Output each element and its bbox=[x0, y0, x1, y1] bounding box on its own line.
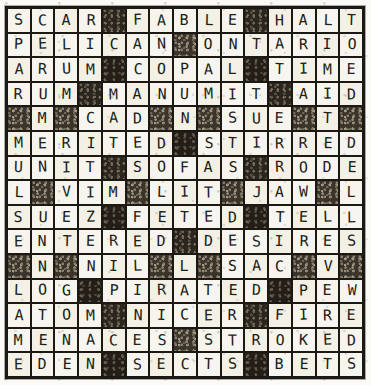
cell-letter: I bbox=[62, 161, 71, 176]
cell-r2c14[interactable]: I bbox=[317, 34, 339, 57]
cell-letter: T bbox=[85, 160, 94, 175]
cell-r2c9[interactable]: O bbox=[198, 34, 220, 57]
cell-letter: N bbox=[38, 160, 48, 175]
cell-letter: E bbox=[323, 234, 333, 249]
cell-r1c4[interactable]: R bbox=[79, 9, 101, 32]
cell-r7c13[interactable]: O bbox=[293, 157, 315, 180]
cell-r7c9[interactable]: A bbox=[198, 157, 220, 180]
cell-r2c15[interactable]: O bbox=[340, 34, 362, 57]
cell-r11c10[interactable]: S bbox=[222, 255, 244, 278]
black-cell-r1c5 bbox=[103, 9, 125, 32]
cell-r15c2[interactable]: D bbox=[32, 353, 54, 376]
cell-r8c12[interactable]: A bbox=[269, 181, 291, 204]
cell-letter: A bbox=[109, 111, 119, 126]
cell-r6c4[interactable]: I bbox=[79, 132, 101, 155]
black-cell-r13c11 bbox=[245, 304, 267, 327]
cell-letter: I bbox=[133, 283, 143, 298]
cell-r15c10[interactable]: S bbox=[222, 353, 244, 376]
cell-r13c2[interactable]: T bbox=[32, 304, 54, 327]
cell-r7c14[interactable]: D bbox=[317, 157, 339, 180]
cell-letter: R bbox=[299, 38, 308, 53]
cell-r2c2[interactable]: E bbox=[32, 34, 54, 57]
cell-r2c4[interactable]: I bbox=[79, 34, 101, 57]
cell-r11c4[interactable]: N bbox=[79, 255, 101, 278]
cell-letter: E bbox=[38, 332, 47, 347]
cell-r15c7[interactable]: E bbox=[150, 353, 172, 376]
cell-r9c10[interactable]: D bbox=[222, 206, 244, 229]
cell-r8c1[interactable]: L bbox=[8, 181, 30, 204]
cell-r1c8[interactable]: B bbox=[174, 9, 196, 32]
cell-r2c7[interactable]: N bbox=[150, 34, 172, 57]
cell-letter: N bbox=[228, 37, 237, 52]
cell-r7c12[interactable]: R bbox=[269, 157, 291, 180]
black-cell-r15c5 bbox=[103, 353, 125, 376]
cell-r12c6[interactable]: I bbox=[127, 280, 149, 303]
black-cell-r10c8 bbox=[174, 230, 196, 253]
cell-r3c4[interactable]: M bbox=[79, 58, 101, 81]
cell-r11c2[interactable]: N bbox=[32, 255, 54, 278]
cell-letter: O bbox=[156, 62, 166, 77]
cell-letter: S bbox=[346, 357, 356, 372]
cell-letter: I bbox=[275, 234, 284, 249]
cell-r1c2[interactable]: C bbox=[32, 9, 54, 32]
cell-letter: V bbox=[323, 259, 332, 274]
cell-letter: T bbox=[251, 37, 261, 52]
cell-r1c9[interactable]: L bbox=[198, 9, 220, 32]
cell-r1c15[interactable]: T bbox=[340, 9, 362, 32]
cell-letter: N bbox=[157, 86, 166, 101]
cell-r2c1[interactable]: P bbox=[8, 34, 30, 57]
cell-r4c14[interactable]: I bbox=[317, 83, 339, 106]
cell-r3c10[interactable]: L bbox=[222, 58, 244, 81]
cell-r1c12[interactable]: H bbox=[269, 9, 291, 32]
black-cell-r5c15 bbox=[340, 107, 362, 130]
cell-letter: F bbox=[275, 308, 285, 323]
cell-r7c7[interactable]: O bbox=[150, 157, 172, 180]
cell-r3c3[interactable]: U bbox=[55, 58, 77, 81]
cell-letter: E bbox=[299, 357, 308, 372]
cell-r1c1[interactable]: S bbox=[8, 9, 30, 32]
cell-r14c2[interactable]: E bbox=[32, 329, 54, 352]
cell-r12c3[interactable]: G bbox=[55, 280, 77, 303]
cell-r15c8[interactable]: C bbox=[174, 353, 196, 376]
cell-letter: C bbox=[38, 13, 47, 28]
cell-letter: U bbox=[38, 209, 47, 224]
cell-letter: E bbox=[322, 283, 331, 298]
cell-r13c12[interactable]: F bbox=[269, 304, 291, 327]
cell-r6c11[interactable]: I bbox=[245, 132, 267, 155]
cell-r2c6[interactable]: A bbox=[127, 34, 149, 57]
cell-letter: D bbox=[37, 357, 46, 372]
cell-letter: I bbox=[85, 185, 94, 200]
cell-letter: L bbox=[62, 38, 71, 53]
cell-letter: Z bbox=[85, 209, 95, 224]
cell-r8c15[interactable]: L bbox=[340, 181, 362, 204]
black-cell-r13c5 bbox=[103, 304, 125, 327]
cell-r11c6[interactable]: L bbox=[127, 255, 149, 278]
cell-r13c7[interactable]: I bbox=[150, 304, 172, 327]
cell-r4c3[interactable]: M bbox=[55, 83, 77, 106]
cell-letter: I bbox=[109, 259, 119, 274]
black-cell-r14c8 bbox=[174, 329, 196, 352]
cell-r14c10[interactable]: T bbox=[222, 329, 244, 352]
cell-r15c12[interactable]: B bbox=[269, 353, 291, 376]
cell-r3c9[interactable]: A bbox=[198, 58, 220, 81]
cell-letter: T bbox=[109, 136, 119, 151]
cell-r8c13[interactable]: W bbox=[293, 181, 315, 204]
cell-r3c15[interactable]: E bbox=[340, 58, 362, 81]
black-cell-r8c2 bbox=[32, 181, 54, 204]
cell-r9c12[interactable]: T bbox=[269, 206, 291, 229]
cell-r5c8[interactable]: N bbox=[174, 107, 196, 130]
cell-letter: M bbox=[85, 308, 94, 323]
cell-letter: E bbox=[157, 209, 166, 224]
cell-letter: A bbox=[157, 13, 166, 28]
cell-letter: T bbox=[276, 209, 285, 224]
black-cell-r11c9 bbox=[198, 255, 220, 278]
cell-r4c8[interactable]: U bbox=[174, 83, 196, 106]
cell-r14c1[interactable]: M bbox=[8, 329, 30, 352]
cell-letter: M bbox=[14, 135, 24, 150]
cell-letter: L bbox=[133, 258, 143, 273]
cell-r9c13[interactable]: E bbox=[293, 206, 315, 229]
cell-letter: V bbox=[62, 184, 72, 199]
cell-letter: I bbox=[322, 37, 331, 52]
cell-letter: E bbox=[275, 111, 284, 126]
black-cell-r8c6 bbox=[127, 181, 149, 204]
cell-r12c11[interactable]: D bbox=[245, 280, 267, 303]
cell-r1c7[interactable]: A bbox=[150, 9, 172, 32]
cell-r7c8[interactable]: F bbox=[174, 157, 196, 180]
cell-r5c4[interactable]: C bbox=[79, 107, 101, 130]
cell-r11c5[interactable]: I bbox=[103, 255, 125, 278]
cell-r13c13[interactable]: I bbox=[293, 304, 315, 327]
cell-r8c9[interactable]: T bbox=[198, 181, 220, 204]
cell-r10c6[interactable]: E bbox=[127, 230, 149, 253]
cell-letter: I bbox=[323, 86, 333, 101]
cell-letter: D bbox=[346, 333, 355, 348]
cell-r13c3[interactable]: O bbox=[55, 304, 77, 327]
cell-r9c4[interactable]: Z bbox=[79, 206, 101, 229]
cell-letter: E bbox=[156, 357, 165, 372]
cell-r5c6[interactable]: D bbox=[127, 107, 149, 130]
cell-r2c5[interactable]: C bbox=[103, 34, 125, 57]
cell-letter: R bbox=[275, 160, 285, 175]
cell-r9c7[interactable]: E bbox=[150, 206, 172, 229]
cell-letter: R bbox=[38, 62, 48, 77]
cell-r15c15[interactable]: S bbox=[340, 353, 362, 376]
cell-r6c1[interactable]: M bbox=[8, 132, 30, 155]
cell-r10c9[interactable]: D bbox=[198, 230, 220, 253]
black-cell-r5c9 bbox=[198, 107, 220, 130]
cell-r3c1[interactable]: A bbox=[8, 58, 30, 81]
cell-letter: M bbox=[109, 185, 118, 200]
cell-r13c1[interactable]: A bbox=[8, 304, 30, 327]
cell-letter: I bbox=[85, 37, 94, 52]
cell-r7c6[interactable]: S bbox=[127, 157, 149, 180]
cell-letter: O bbox=[38, 283, 48, 298]
cell-r10c12[interactable]: I bbox=[269, 230, 291, 253]
cell-r12c9[interactable]: T bbox=[198, 280, 220, 303]
black-cell-r11c15 bbox=[340, 255, 362, 278]
cell-r1c10[interactable]: E bbox=[222, 9, 244, 32]
cell-r13c9[interactable]: E bbox=[198, 304, 220, 327]
cell-letter: T bbox=[251, 87, 260, 102]
cell-letter: E bbox=[323, 136, 332, 151]
cell-r13c6[interactable]: N bbox=[127, 304, 149, 327]
cell-letter: E bbox=[323, 332, 333, 347]
cell-r10c3[interactable]: T bbox=[55, 230, 77, 253]
cell-r4c2[interactable]: U bbox=[32, 83, 54, 106]
cell-r13c4[interactable]: M bbox=[79, 304, 101, 327]
cell-letter: N bbox=[156, 37, 166, 52]
cell-r12c15[interactable]: W bbox=[340, 280, 362, 303]
cell-r9c1[interactable]: S bbox=[8, 206, 30, 229]
cell-r6c9[interactable]: S bbox=[198, 132, 220, 155]
cell-r15c4[interactable]: N bbox=[79, 353, 101, 376]
cell-r4c7[interactable]: N bbox=[150, 83, 172, 106]
cell-r12c8[interactable]: A bbox=[174, 280, 196, 303]
cell-r12c13[interactable]: P bbox=[293, 280, 315, 303]
cell-r14c7[interactable]: S bbox=[150, 329, 172, 352]
cell-r12c14[interactable]: E bbox=[317, 280, 339, 303]
cell-r2c13[interactable]: R bbox=[293, 34, 315, 57]
cell-r15c6[interactable]: S bbox=[127, 353, 149, 376]
cell-r7c10[interactable]: S bbox=[222, 157, 244, 180]
cell-letter: L bbox=[227, 62, 236, 77]
cell-r9c6[interactable]: F bbox=[127, 206, 149, 229]
cell-r11c8[interactable]: L bbox=[174, 255, 196, 278]
cell-r11c12[interactable]: C bbox=[269, 255, 291, 278]
cell-letter: T bbox=[275, 62, 285, 77]
cell-letter: L bbox=[14, 283, 24, 298]
cell-r2c11[interactable]: T bbox=[245, 34, 267, 57]
cell-r6c13[interactable]: R bbox=[293, 132, 315, 155]
cell-r14c14[interactable]: E bbox=[317, 329, 339, 352]
cell-r3c12[interactable]: T bbox=[269, 58, 291, 81]
cell-r5c12[interactable]: E bbox=[269, 107, 291, 130]
cell-r15c14[interactable]: T bbox=[317, 353, 339, 376]
cell-r4c9[interactable]: M bbox=[198, 83, 220, 106]
cell-letter: S bbox=[205, 136, 214, 151]
cell-r10c7[interactable]: D bbox=[150, 230, 172, 253]
cell-letter: F bbox=[180, 161, 189, 176]
cell-r4c5[interactable]: M bbox=[103, 83, 125, 106]
cell-r10c1[interactable]: E bbox=[8, 230, 30, 253]
cell-r6c15[interactable]: D bbox=[340, 132, 362, 155]
cell-r10c10[interactable]: E bbox=[222, 230, 244, 253]
cell-r12c1[interactable]: L bbox=[8, 280, 30, 303]
cell-r6c12[interactable]: R bbox=[269, 132, 291, 155]
cell-r2c3[interactable]: L bbox=[55, 34, 77, 57]
cell-r14c15[interactable]: D bbox=[340, 329, 362, 352]
cell-r3c14[interactable]: M bbox=[317, 58, 339, 81]
black-cell-r7c5 bbox=[103, 157, 125, 180]
cell-r8c5[interactable]: M bbox=[103, 181, 125, 204]
cell-r12c7[interactable]: R bbox=[150, 280, 172, 303]
cell-r9c2[interactable]: U bbox=[32, 206, 54, 229]
cell-r9c3[interactable]: E bbox=[55, 206, 77, 229]
cell-r4c11[interactable]: T bbox=[245, 83, 267, 106]
cell-letter: L bbox=[180, 259, 189, 274]
cell-r3c2[interactable]: R bbox=[32, 58, 54, 81]
cell-r2c10[interactable]: N bbox=[222, 34, 244, 57]
cell-letter: O bbox=[299, 161, 308, 176]
cell-r14c6[interactable]: E bbox=[127, 329, 149, 352]
cell-r6c2[interactable]: E bbox=[32, 132, 54, 155]
black-cell-r12c12 bbox=[269, 280, 291, 303]
cell-r4c13[interactable]: A bbox=[293, 83, 315, 106]
cell-r14c3[interactable]: N bbox=[55, 329, 77, 352]
cell-letter: E bbox=[62, 357, 71, 372]
cell-r13c8[interactable]: C bbox=[174, 304, 196, 327]
cell-r15c3[interactable]: E bbox=[55, 353, 77, 376]
cell-r15c9[interactable]: T bbox=[198, 353, 220, 376]
cell-r5c10[interactable]: S bbox=[222, 107, 244, 130]
cell-letter: E bbox=[347, 160, 356, 175]
cell-r2c12[interactable]: A bbox=[269, 34, 291, 57]
cell-r9c15[interactable]: L bbox=[340, 206, 362, 229]
cell-r3c13[interactable]: I bbox=[293, 58, 315, 81]
cell-letter: T bbox=[204, 185, 213, 200]
cell-letter: C bbox=[85, 111, 95, 126]
cell-letter: A bbox=[15, 62, 24, 77]
cell-r1c6[interactable]: F bbox=[127, 9, 149, 32]
cell-letter: T bbox=[228, 136, 238, 151]
cell-r10c13[interactable]: R bbox=[293, 230, 315, 253]
cell-r15c1[interactable]: E bbox=[8, 353, 30, 376]
cell-letter: J bbox=[252, 185, 261, 200]
cell-r4c6[interactable]: A bbox=[127, 83, 149, 106]
cell-letter: A bbox=[180, 284, 189, 299]
cell-r7c3[interactable]: I bbox=[55, 157, 77, 180]
black-cell-r2c8 bbox=[174, 34, 196, 57]
cell-r11c14[interactable]: V bbox=[317, 255, 339, 278]
black-cell-r8c10 bbox=[222, 181, 244, 204]
cell-letter: O bbox=[62, 307, 72, 322]
cell-r7c4[interactable]: T bbox=[79, 157, 101, 180]
cell-letter: L bbox=[323, 209, 333, 224]
black-cell-r3c5 bbox=[103, 58, 125, 81]
cell-letter: B bbox=[180, 13, 189, 28]
cell-letter: E bbox=[228, 234, 238, 249]
cell-r12c5[interactable]: P bbox=[103, 280, 125, 303]
cell-r9c14[interactable]: L bbox=[317, 206, 339, 229]
cell-r6c5[interactable]: T bbox=[103, 132, 125, 155]
cell-r14c12[interactable]: O bbox=[269, 329, 291, 352]
cell-letter: L bbox=[346, 185, 355, 200]
cell-r4c10[interactable]: I bbox=[222, 83, 244, 106]
cell-r12c10[interactable]: E bbox=[222, 280, 244, 303]
cell-r14c9[interactable]: S bbox=[198, 329, 220, 352]
cell-r10c2[interactable]: N bbox=[32, 230, 54, 253]
cell-r6c10[interactable]: T bbox=[222, 132, 244, 155]
cell-r14c13[interactable]: K bbox=[293, 329, 315, 352]
cell-letter: E bbox=[62, 209, 72, 224]
cell-r14c11[interactable]: R bbox=[245, 329, 267, 352]
cell-r5c11[interactable]: U bbox=[245, 107, 267, 130]
cell-r13c14[interactable]: R bbox=[317, 304, 339, 327]
cell-r10c5[interactable]: R bbox=[103, 230, 125, 253]
black-cell-r5c1 bbox=[8, 107, 30, 130]
cell-r5c14[interactable]: T bbox=[317, 107, 339, 130]
cell-r9c8[interactable]: T bbox=[174, 206, 196, 229]
black-cell-r5c7 bbox=[150, 107, 172, 130]
cell-r10c4[interactable]: E bbox=[79, 230, 101, 253]
cell-letter: N bbox=[38, 259, 47, 274]
cell-letter: E bbox=[132, 333, 141, 348]
cell-letter: S bbox=[228, 259, 238, 274]
cell-r1c3[interactable]: A bbox=[55, 9, 77, 32]
cell-r10c14[interactable]: E bbox=[317, 230, 339, 253]
cell-r1c13[interactable]: A bbox=[293, 9, 315, 32]
cell-letter: A bbox=[133, 37, 143, 52]
cell-r8c4[interactable]: I bbox=[79, 181, 101, 204]
cell-r13c10[interactable]: R bbox=[222, 304, 244, 327]
cell-r7c1[interactable]: U bbox=[8, 157, 30, 180]
cell-letter: E bbox=[346, 62, 355, 77]
black-cell-r5c13 bbox=[293, 107, 315, 130]
cell-letter: D bbox=[228, 210, 237, 225]
cell-letter: F bbox=[133, 12, 143, 27]
cell-r8c8[interactable]: I bbox=[174, 181, 196, 204]
cell-r15c13[interactable]: E bbox=[293, 353, 315, 376]
cell-r8c11[interactable]: J bbox=[245, 181, 267, 204]
cell-r3c8[interactable]: P bbox=[174, 58, 196, 81]
cell-r6c6[interactable]: E bbox=[127, 132, 149, 155]
cell-r6c3[interactable]: R bbox=[55, 132, 77, 155]
cell-r8c7[interactable]: L bbox=[150, 181, 172, 204]
cell-r10c15[interactable]: S bbox=[340, 230, 362, 253]
cell-r7c15[interactable]: E bbox=[340, 157, 362, 180]
cell-r13c15[interactable]: E bbox=[340, 304, 362, 327]
cell-letter: I bbox=[86, 136, 95, 151]
cell-letter: E bbox=[38, 136, 47, 151]
cell-r3c7[interactable]: O bbox=[150, 58, 172, 81]
cell-letter: S bbox=[14, 12, 24, 27]
cell-r10c11[interactable]: S bbox=[245, 230, 267, 253]
cell-letter: E bbox=[204, 308, 213, 323]
cell-r5c2[interactable]: M bbox=[32, 107, 54, 130]
cell-r14c5[interactable]: C bbox=[103, 329, 125, 352]
cell-r14c4[interactable]: A bbox=[79, 329, 101, 352]
cell-r11c11[interactable]: A bbox=[245, 255, 267, 278]
crossword-grid: SCARFABLEHALTPELICANONTARIOARUMCOPALTIME… bbox=[5, 6, 365, 379]
cell-letter: R bbox=[299, 234, 308, 249]
cell-r4c1[interactable]: R bbox=[8, 83, 30, 106]
cell-r3c6[interactable]: C bbox=[127, 58, 149, 81]
cell-r5c5[interactable]: A bbox=[103, 107, 125, 130]
cell-letter: N bbox=[85, 357, 95, 372]
cell-r9c9[interactable]: E bbox=[198, 206, 220, 229]
cell-letter: R bbox=[86, 13, 95, 28]
cell-letter: C bbox=[110, 37, 119, 52]
cell-r12c2[interactable]: O bbox=[32, 280, 54, 303]
cell-letter: W bbox=[299, 184, 309, 199]
cell-r4c15[interactable]: D bbox=[340, 83, 362, 106]
cell-letter: E bbox=[204, 209, 214, 224]
black-cell-r9c5 bbox=[103, 206, 125, 229]
cell-r8c3[interactable]: V bbox=[55, 181, 77, 204]
cell-letter: S bbox=[228, 111, 238, 126]
cell-letter: D bbox=[157, 136, 166, 151]
cell-letter: W bbox=[347, 283, 356, 298]
cell-r6c14[interactable]: E bbox=[317, 132, 339, 155]
cell-letter: R bbox=[227, 308, 236, 323]
cell-r7c2[interactable]: N bbox=[32, 157, 54, 180]
cell-r6c7[interactable]: D bbox=[150, 132, 172, 155]
cell-r1c14[interactable]: L bbox=[317, 9, 339, 32]
